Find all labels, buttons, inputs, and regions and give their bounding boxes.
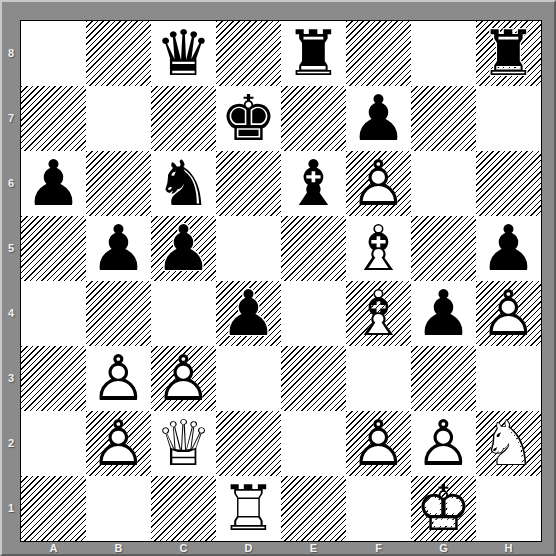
- white-pawn-icon: ♙: [476, 281, 541, 346]
- square-g7[interactable]: [411, 86, 476, 151]
- square-b6[interactable]: [86, 151, 151, 216]
- black-pawn-icon: ♟: [411, 281, 476, 346]
- piece-white-pawn-b3[interactable]: ♟♙: [86, 346, 151, 411]
- black-pawn-icon: ♟: [21, 151, 86, 216]
- piece-white-pawn-g2[interactable]: ♟♙: [411, 411, 476, 476]
- square-e7[interactable]: [281, 86, 346, 151]
- piece-white-pawn-f6[interactable]: ♟♙: [346, 151, 411, 216]
- square-b7[interactable]: [86, 86, 151, 151]
- square-g8[interactable]: [411, 21, 476, 86]
- piece-white-pawn-b2[interactable]: ♟♙: [86, 411, 151, 476]
- square-b8[interactable]: [86, 21, 151, 86]
- piece-black-pawn-b5[interactable]: ♟: [86, 216, 151, 281]
- square-g4[interactable]: ♟: [411, 281, 476, 346]
- square-g6[interactable]: [411, 151, 476, 216]
- piece-black-pawn-d4[interactable]: ♟: [216, 281, 281, 346]
- black-rook-icon: ♜: [281, 21, 346, 86]
- square-c8[interactable]: ♛: [151, 21, 216, 86]
- square-b2[interactable]: ♟♙: [86, 411, 151, 476]
- rank-label-2: 2: [2, 411, 20, 476]
- file-label-c: C: [151, 542, 216, 554]
- square-d8[interactable]: [216, 21, 281, 86]
- rank-label-7: 7: [2, 86, 20, 151]
- chess-board: ♛♜♜♚♟♟♞♝♟♙♟♟♝♗♟♟♝♗♟♟♙♟♙♟♙♟♙♛♕♟♙♟♙♞♘♜♖♚♔: [20, 20, 542, 542]
- square-f8[interactable]: [346, 21, 411, 86]
- rank-label-5: 5: [2, 216, 20, 281]
- white-pawn-icon: ♙: [346, 151, 411, 216]
- piece-white-pawn-h4[interactable]: ♟♙: [476, 281, 541, 346]
- square-h7[interactable]: [476, 86, 541, 151]
- square-b5[interactable]: ♟: [86, 216, 151, 281]
- piece-black-rook-e8[interactable]: ♜: [281, 21, 346, 86]
- piece-black-pawn-f7[interactable]: ♟: [346, 86, 411, 151]
- square-c1[interactable]: [151, 476, 216, 541]
- square-a5[interactable]: [21, 216, 86, 281]
- square-h1[interactable]: [476, 476, 541, 541]
- rank-label-1: 1: [2, 476, 20, 541]
- white-knight-icon: ♘: [476, 411, 541, 476]
- white-pawn-icon: ♙: [411, 411, 476, 476]
- square-f6[interactable]: ♟♙: [346, 151, 411, 216]
- square-e5[interactable]: [281, 216, 346, 281]
- square-b4[interactable]: [86, 281, 151, 346]
- black-pawn-icon: ♟: [476, 216, 541, 281]
- square-e6[interactable]: ♝: [281, 151, 346, 216]
- black-pawn-icon: ♟: [151, 216, 216, 281]
- square-d7[interactable]: ♚: [216, 86, 281, 151]
- square-d5[interactable]: [216, 216, 281, 281]
- square-h6[interactable]: [476, 151, 541, 216]
- piece-white-bishop-f5[interactable]: ♝♗: [346, 216, 411, 281]
- black-pawn-icon: ♟: [216, 281, 281, 346]
- piece-black-pawn-g4[interactable]: ♟: [411, 281, 476, 346]
- file-label-f: F: [346, 542, 411, 554]
- square-c3[interactable]: ♟♙: [151, 346, 216, 411]
- file-label-g: G: [411, 542, 476, 554]
- square-c2[interactable]: ♛♕: [151, 411, 216, 476]
- square-e4[interactable]: [281, 281, 346, 346]
- piece-black-pawn-a6[interactable]: ♟: [21, 151, 86, 216]
- square-h3[interactable]: [476, 346, 541, 411]
- square-a7[interactable]: [21, 86, 86, 151]
- file-label-d: D: [216, 542, 281, 554]
- square-b3[interactable]: ♟♙: [86, 346, 151, 411]
- square-h4[interactable]: ♟♙: [476, 281, 541, 346]
- white-pawn-icon: ♙: [151, 346, 216, 411]
- square-h5[interactable]: ♟: [476, 216, 541, 281]
- white-pawn-icon: ♙: [346, 411, 411, 476]
- square-d2[interactable]: [216, 411, 281, 476]
- file-label-h: H: [476, 542, 541, 554]
- white-pawn-icon: ♙: [86, 346, 151, 411]
- square-a1[interactable]: [21, 476, 86, 541]
- piece-white-king-g1[interactable]: ♚♔: [411, 476, 476, 541]
- square-e1[interactable]: [281, 476, 346, 541]
- square-f5[interactable]: ♝♗: [346, 216, 411, 281]
- square-a6[interactable]: ♟: [21, 151, 86, 216]
- black-pawn-icon: ♟: [346, 86, 411, 151]
- white-bishop-icon: ♗: [346, 216, 411, 281]
- square-c6[interactable]: ♞: [151, 151, 216, 216]
- square-g1[interactable]: ♚♔: [411, 476, 476, 541]
- square-c5[interactable]: ♟: [151, 216, 216, 281]
- black-rook-icon: ♜: [476, 21, 541, 86]
- white-pawn-icon: ♙: [86, 411, 151, 476]
- square-h2[interactable]: ♞♘: [476, 411, 541, 476]
- square-a4[interactable]: [21, 281, 86, 346]
- black-pawn-icon: ♟: [86, 216, 151, 281]
- file-label-e: E: [281, 542, 346, 554]
- square-e2[interactable]: [281, 411, 346, 476]
- square-h8[interactable]: ♜: [476, 21, 541, 86]
- piece-black-rook-h8[interactable]: ♜: [476, 21, 541, 86]
- square-d6[interactable]: [216, 151, 281, 216]
- square-e8[interactable]: ♜: [281, 21, 346, 86]
- piece-white-pawn-f2[interactable]: ♟♙: [346, 411, 411, 476]
- white-king-icon: ♔: [411, 476, 476, 541]
- black-knight-icon: ♞: [151, 151, 216, 216]
- white-rook-icon: ♖: [216, 476, 281, 541]
- square-d4[interactable]: ♟: [216, 281, 281, 346]
- chess-board-frame: ♛♜♜♚♟♟♞♝♟♙♟♟♝♗♟♟♝♗♟♟♙♟♙♟♙♟♙♛♕♟♙♟♙♞♘♜♖♚♔ …: [0, 0, 556, 556]
- piece-white-bishop-f4[interactable]: ♝♗: [346, 281, 411, 346]
- square-a3[interactable]: [21, 346, 86, 411]
- rank-label-8: 8: [2, 21, 20, 86]
- square-f2[interactable]: ♟♙: [346, 411, 411, 476]
- piece-white-rook-d1[interactable]: ♜♖: [216, 476, 281, 541]
- piece-white-queen-c2[interactable]: ♛♕: [151, 411, 216, 476]
- black-queen-icon: ♛: [151, 21, 216, 86]
- square-g2[interactable]: ♟♙: [411, 411, 476, 476]
- rank-label-3: 3: [2, 346, 20, 411]
- square-f3[interactable]: [346, 346, 411, 411]
- piece-black-king-d7[interactable]: ♚: [216, 86, 281, 151]
- piece-black-knight-c6[interactable]: ♞: [151, 151, 216, 216]
- piece-black-queen-c8[interactable]: ♛: [151, 21, 216, 86]
- square-b1[interactable]: [86, 476, 151, 541]
- square-f1[interactable]: [346, 476, 411, 541]
- black-bishop-icon: ♝: [281, 151, 346, 216]
- square-a2[interactable]: [21, 411, 86, 476]
- file-label-b: B: [86, 542, 151, 554]
- piece-white-knight-h2[interactable]: ♞♘: [476, 411, 541, 476]
- square-c4[interactable]: [151, 281, 216, 346]
- file-label-a: A: [21, 542, 86, 554]
- piece-black-pawn-h5[interactable]: ♟: [476, 216, 541, 281]
- white-bishop-icon: ♗: [346, 281, 411, 346]
- square-f7[interactable]: ♟: [346, 86, 411, 151]
- square-g5[interactable]: [411, 216, 476, 281]
- piece-black-pawn-c5[interactable]: ♟: [151, 216, 216, 281]
- rank-label-6: 6: [2, 151, 20, 216]
- square-e3[interactable]: [281, 346, 346, 411]
- square-g3[interactable]: [411, 346, 476, 411]
- white-queen-icon: ♕: [151, 411, 216, 476]
- square-d3[interactable]: [216, 346, 281, 411]
- square-f4[interactable]: ♝♗: [346, 281, 411, 346]
- square-a8[interactable]: [21, 21, 86, 86]
- square-d1[interactable]: ♜♖: [216, 476, 281, 541]
- piece-black-bishop-e6[interactable]: ♝: [281, 151, 346, 216]
- square-c7[interactable]: [151, 86, 216, 151]
- piece-white-pawn-c3[interactable]: ♟♙: [151, 346, 216, 411]
- rank-label-4: 4: [2, 281, 20, 346]
- black-king-icon: ♚: [216, 86, 281, 151]
